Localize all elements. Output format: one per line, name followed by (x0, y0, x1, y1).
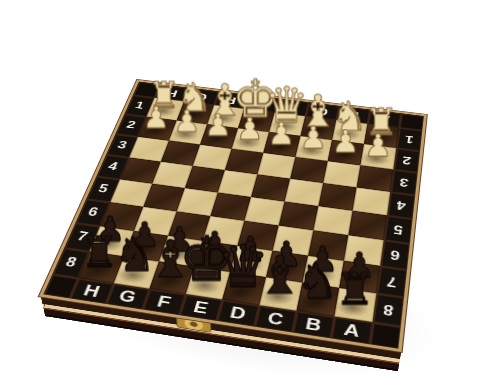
coordinate-label: 4 (106, 160, 119, 173)
board-grid: HGFEDCBA1♜♞♝♚♛♝♞♜12♟♟♟♟♟♟♟♟2334455667♟♟♟… (39, 80, 427, 352)
square-c3[interactable] (290, 157, 328, 183)
coordinate-label: 5 (96, 182, 110, 195)
square-a8[interactable]: ♜ (334, 288, 376, 322)
piece-white-pawn-b2[interactable]: ♟ (332, 126, 359, 157)
coordinate-label: B (304, 314, 323, 336)
coordinate-label: 8 (382, 301, 394, 318)
square-d4[interactable] (251, 174, 290, 201)
corner-bottom-right (371, 324, 399, 347)
piece-white-pawn-f2[interactable]: ♟ (205, 110, 232, 140)
square-b8[interactable]: ♞ (297, 283, 340, 317)
coordinate-label: F (155, 292, 174, 312)
coordinate-label: E (191, 297, 210, 318)
coordinate-label: H (81, 281, 103, 301)
coordinate-label: 2 (402, 154, 412, 166)
coordinate-label: 5 (393, 222, 404, 236)
coordinate-label: A (342, 319, 361, 341)
piece-black-knight-b8[interactable]: ♞ (296, 258, 339, 306)
rank-label-right-2: 2 (395, 149, 419, 171)
square-g3[interactable] (161, 141, 200, 166)
piece-black-rook-a8[interactable]: ♜ (335, 267, 374, 311)
coordinate-label: C (266, 308, 286, 329)
piece-black-rook-h8[interactable]: ♜ (80, 231, 118, 273)
product-photo-stage: HGFEDCBA1♜♞♝♚♛♝♞♜12♟♟♟♟♟♟♟♟2334455667♟♟♟… (0, 0, 500, 387)
square-c4[interactable] (285, 179, 324, 206)
coordinate-label: 3 (116, 139, 129, 151)
coordinate-label: 4 (396, 198, 407, 212)
square-a3[interactable] (357, 165, 394, 192)
coordinate-label: G (116, 286, 138, 307)
piece-white-pawn-a2[interactable]: ♟ (364, 130, 392, 161)
square-d5[interactable] (244, 197, 284, 226)
square-e4[interactable] (218, 170, 258, 197)
square-d2[interactable]: ♟ (263, 132, 300, 157)
piece-white-pawn-h2[interactable]: ♟ (143, 103, 170, 133)
rank-label-right-5: 5 (385, 217, 411, 243)
coordinate-label: 3 (399, 176, 409, 189)
square-g4[interactable] (152, 162, 192, 188)
coordinate-label: 1 (405, 133, 415, 145)
square-a5[interactable] (348, 211, 387, 240)
rank-label-right-1: 1 (398, 129, 421, 150)
rank-label-left-5: 5 (88, 177, 118, 201)
square-c5[interactable] (279, 202, 319, 231)
rank-label-right-7: 7 (378, 267, 405, 295)
piece-white-pawn-c2[interactable]: ♟ (300, 122, 327, 153)
piece-white-pawn-e2[interactable]: ♟ (236, 114, 263, 144)
square-d3[interactable] (257, 153, 295, 179)
rank-label-right-4: 4 (389, 193, 414, 217)
coordinate-label: 6 (390, 247, 401, 262)
square-b2[interactable]: ♟ (328, 140, 364, 165)
coordinate-label: D (228, 302, 248, 323)
coordinate-label: 7 (386, 273, 397, 289)
piece-white-pawn-d2[interactable]: ♟ (268, 118, 295, 148)
square-e2[interactable]: ♟ (232, 128, 270, 153)
corner-top-right (401, 114, 423, 129)
rank-label-right-3: 3 (392, 171, 416, 194)
piece-white-pawn-g2[interactable]: ♟ (174, 107, 201, 137)
rank-label-right-6: 6 (382, 241, 408, 268)
coordinate-label: 2 (125, 119, 138, 131)
rank-label-right-8: 8 (374, 295, 402, 325)
coordinate-label: 8 (63, 255, 78, 270)
brass-clasp (177, 317, 210, 332)
